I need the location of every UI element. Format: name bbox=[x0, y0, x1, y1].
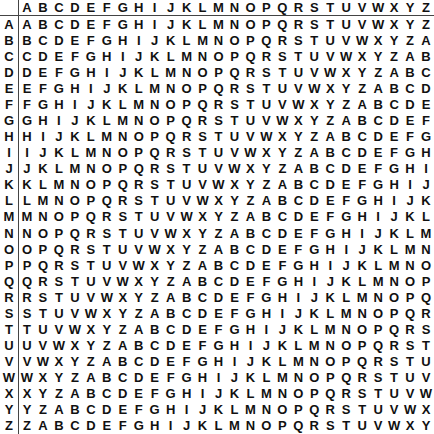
grid-cell: N bbox=[147, 96, 163, 112]
grid-cell: Z bbox=[179, 257, 195, 273]
grid-cell: F bbox=[131, 402, 147, 418]
grid-cell: Z bbox=[226, 209, 242, 225]
grid-cell: W bbox=[179, 209, 195, 225]
grid-cell: E bbox=[386, 129, 402, 145]
grid-cell: D bbox=[51, 32, 67, 48]
grid-cell: D bbox=[242, 257, 258, 273]
col-header: N bbox=[226, 0, 242, 16]
grid-cell: U bbox=[226, 129, 242, 145]
grid-cell: G bbox=[258, 289, 274, 305]
col-header: F bbox=[99, 0, 115, 16]
grid-cell: J bbox=[258, 338, 274, 354]
grid-cell: P bbox=[67, 209, 83, 225]
grid-cell: V bbox=[51, 321, 67, 337]
grid-cell: H bbox=[163, 402, 179, 418]
grid-cell: U bbox=[115, 241, 131, 257]
grid-cell: E bbox=[402, 112, 418, 128]
grid-cell: K bbox=[402, 209, 418, 225]
grid-cell: Q bbox=[354, 354, 370, 370]
grid-cell: O bbox=[322, 354, 338, 370]
grid-cell: D bbox=[115, 386, 131, 402]
grid-cell: E bbox=[51, 48, 67, 64]
grid-cell: P bbox=[338, 354, 354, 370]
grid-cell: J bbox=[51, 129, 67, 145]
col-header: U bbox=[338, 0, 354, 16]
grid-cell: V bbox=[99, 273, 115, 289]
grid-cell: E bbox=[290, 225, 306, 241]
grid-cell: X bbox=[83, 321, 99, 337]
grid-cell: L bbox=[163, 48, 179, 64]
grid-cell: V bbox=[226, 145, 242, 161]
col-header: Y bbox=[402, 0, 418, 16]
grid-cell: N bbox=[354, 305, 370, 321]
grid-cell: V bbox=[370, 418, 386, 434]
grid-cell: H bbox=[386, 177, 402, 193]
grid-cell: T bbox=[354, 402, 370, 418]
grid-cell: C bbox=[99, 386, 115, 402]
grid-cell: C bbox=[370, 112, 386, 128]
grid-cell: C bbox=[163, 321, 179, 337]
grid-cell: W bbox=[306, 80, 322, 96]
grid-cell: G bbox=[354, 193, 370, 209]
grid-cell: B bbox=[115, 354, 131, 370]
grid-cell: T bbox=[67, 273, 83, 289]
grid-cell: M bbox=[51, 177, 67, 193]
grid-cell: C bbox=[338, 145, 354, 161]
grid-cell: Z bbox=[115, 321, 131, 337]
grid-cell: X bbox=[211, 193, 227, 209]
grid-cell: G bbox=[290, 257, 306, 273]
grid-cell: G bbox=[306, 241, 322, 257]
grid-cell: H bbox=[179, 386, 195, 402]
col-header: K bbox=[179, 0, 195, 16]
grid-cell: S bbox=[258, 64, 274, 80]
grid-cell: M bbox=[67, 161, 83, 177]
grid-cell: R bbox=[290, 16, 306, 32]
grid-cell: G bbox=[418, 129, 434, 145]
grid-cell: E bbox=[322, 193, 338, 209]
grid-cell: M bbox=[115, 112, 131, 128]
grid-cell: I bbox=[242, 338, 258, 354]
grid-cell: J bbox=[338, 257, 354, 273]
grid-cell: B bbox=[226, 241, 242, 257]
grid-cell: H bbox=[402, 161, 418, 177]
grid-cell: Z bbox=[354, 80, 370, 96]
col-header: E bbox=[83, 0, 99, 16]
grid-cell: Z bbox=[402, 32, 418, 48]
grid-cell: W bbox=[370, 16, 386, 32]
grid-cell: K bbox=[370, 241, 386, 257]
tabula-recta-board: ABCDEFGHIJKLMNOPQRSTUVWXYZAABCDEFGHIJKLM… bbox=[0, 0, 434, 434]
grid-cell: X bbox=[338, 64, 354, 80]
grid-cell: P bbox=[35, 241, 51, 257]
grid-cell: M bbox=[83, 145, 99, 161]
grid-cell: L bbox=[258, 370, 274, 386]
row-header: D bbox=[0, 64, 19, 80]
grid-cell: J bbox=[19, 161, 35, 177]
grid-cell: Z bbox=[338, 96, 354, 112]
grid-cell: U bbox=[402, 370, 418, 386]
grid-cell: I bbox=[354, 225, 370, 241]
col-header: L bbox=[195, 0, 211, 16]
grid-cell: R bbox=[370, 354, 386, 370]
grid-cell: J bbox=[418, 177, 434, 193]
grid-cell: Z bbox=[242, 193, 258, 209]
grid-cell: Y bbox=[370, 48, 386, 64]
grid-cell: K bbox=[195, 418, 211, 434]
grid-cell: E bbox=[306, 209, 322, 225]
grid-cell: P bbox=[306, 386, 322, 402]
col-header: O bbox=[242, 0, 258, 16]
grid-cell: X bbox=[147, 257, 163, 273]
grid-cell: S bbox=[306, 16, 322, 32]
grid-cell: C bbox=[147, 338, 163, 354]
grid-cell: N bbox=[115, 129, 131, 145]
grid-cell: F bbox=[386, 145, 402, 161]
grid-cell: J bbox=[99, 80, 115, 96]
grid-cell: Q bbox=[338, 370, 354, 386]
grid-cell: R bbox=[274, 32, 290, 48]
grid-cell: E bbox=[99, 418, 115, 434]
grid-cell: B bbox=[35, 16, 51, 32]
grid-cell: G bbox=[322, 225, 338, 241]
grid-cell: V bbox=[418, 370, 434, 386]
grid-cell: N bbox=[242, 418, 258, 434]
grid-cell: H bbox=[195, 370, 211, 386]
grid-cell: B bbox=[67, 402, 83, 418]
grid-cell: I bbox=[402, 177, 418, 193]
grid-cell: Q bbox=[19, 273, 35, 289]
grid-cell: A bbox=[418, 32, 434, 48]
grid-cell: L bbox=[386, 241, 402, 257]
grid-cell: M bbox=[179, 48, 195, 64]
grid-cell: S bbox=[402, 338, 418, 354]
grid-cell: I bbox=[306, 273, 322, 289]
grid-cell: N bbox=[83, 161, 99, 177]
grid-cell: P bbox=[163, 112, 179, 128]
grid-cell: W bbox=[163, 225, 179, 241]
grid-cell: G bbox=[51, 80, 67, 96]
grid-cell: Z bbox=[131, 305, 147, 321]
grid-cell: A bbox=[19, 16, 35, 32]
grid-cell: W bbox=[147, 241, 163, 257]
grid-cell: X bbox=[242, 161, 258, 177]
grid-cell: F bbox=[322, 209, 338, 225]
col-header: R bbox=[290, 0, 306, 16]
grid-cell: Z bbox=[83, 354, 99, 370]
grid-cell: V bbox=[290, 80, 306, 96]
grid-cell: D bbox=[131, 370, 147, 386]
row-header: V bbox=[0, 354, 19, 370]
grid-cell: M bbox=[226, 418, 242, 434]
grid-cell: L bbox=[67, 145, 83, 161]
grid-cell: H bbox=[418, 145, 434, 161]
grid-cell: X bbox=[306, 96, 322, 112]
grid-cell: E bbox=[115, 402, 131, 418]
grid-cell: U bbox=[19, 338, 35, 354]
grid-cell: L bbox=[83, 129, 99, 145]
grid-cell: H bbox=[322, 241, 338, 257]
grid-cell: K bbox=[83, 112, 99, 128]
grid-cell: R bbox=[386, 338, 402, 354]
grid-cell: P bbox=[402, 289, 418, 305]
grid-cell: L bbox=[115, 96, 131, 112]
grid-cell: Q bbox=[147, 145, 163, 161]
grid-cell: Q bbox=[51, 241, 67, 257]
grid-cell: T bbox=[19, 321, 35, 337]
grid-cell: P bbox=[242, 32, 258, 48]
grid-cell: E bbox=[67, 32, 83, 48]
grid-cell: A bbox=[386, 64, 402, 80]
grid-cell: F bbox=[195, 338, 211, 354]
grid-cell: T bbox=[226, 112, 242, 128]
grid-cell: F bbox=[370, 161, 386, 177]
grid-cell: O bbox=[370, 305, 386, 321]
grid-cell: L bbox=[290, 338, 306, 354]
grid-cell: W bbox=[338, 48, 354, 64]
grid-cell: O bbox=[131, 129, 147, 145]
row-header: I bbox=[0, 145, 19, 161]
grid-cell: L bbox=[195, 16, 211, 32]
grid-cell: B bbox=[306, 161, 322, 177]
grid-cell: A bbox=[35, 418, 51, 434]
grid-cell: O bbox=[354, 321, 370, 337]
grid-cell: B bbox=[402, 64, 418, 80]
grid-cell: B bbox=[242, 225, 258, 241]
grid-cell: O bbox=[115, 145, 131, 161]
grid-cell: H bbox=[226, 338, 242, 354]
grid-cell: T bbox=[51, 289, 67, 305]
col-header: H bbox=[131, 0, 147, 16]
grid-cell: N bbox=[179, 64, 195, 80]
grid-cell: E bbox=[19, 80, 35, 96]
grid-cell: B bbox=[131, 338, 147, 354]
grid-cell: V bbox=[211, 161, 227, 177]
grid-cell: H bbox=[306, 257, 322, 273]
grid-cell: C bbox=[418, 64, 434, 80]
grid-cell: Z bbox=[258, 177, 274, 193]
grid-cell: L bbox=[242, 386, 258, 402]
row-header: F bbox=[0, 96, 19, 112]
grid-cell: R bbox=[354, 370, 370, 386]
grid-cell: X bbox=[163, 241, 179, 257]
grid-cell: R bbox=[306, 418, 322, 434]
row-header: T bbox=[0, 321, 19, 337]
grid-cell: B bbox=[99, 370, 115, 386]
grid-cell: B bbox=[258, 209, 274, 225]
grid-cell: V bbox=[338, 32, 354, 48]
grid-cell: X bbox=[35, 370, 51, 386]
grid-cell: Y bbox=[115, 305, 131, 321]
grid-cell: G bbox=[115, 16, 131, 32]
row-header: A bbox=[0, 16, 19, 32]
grid-cell: S bbox=[19, 305, 35, 321]
grid-cell: S bbox=[290, 32, 306, 48]
grid-cell: Y bbox=[274, 145, 290, 161]
row-header: W bbox=[0, 370, 19, 386]
grid-cell: W bbox=[51, 338, 67, 354]
grid-cell: U bbox=[274, 80, 290, 96]
grid-cell: D bbox=[418, 80, 434, 96]
grid-cell: S bbox=[147, 177, 163, 193]
grid-cell: Q bbox=[99, 193, 115, 209]
grid-cell: V bbox=[147, 225, 163, 241]
grid-cell: L bbox=[354, 273, 370, 289]
grid-cell: B bbox=[195, 273, 211, 289]
grid-cell: U bbox=[354, 418, 370, 434]
grid-cell: G bbox=[163, 386, 179, 402]
grid-cell: F bbox=[19, 96, 35, 112]
grid-cell: T bbox=[290, 48, 306, 64]
grid-cell: Q bbox=[258, 32, 274, 48]
grid-cell: J bbox=[147, 32, 163, 48]
grid-cell: A bbox=[179, 273, 195, 289]
row-header: H bbox=[0, 129, 19, 145]
grid-cell: P bbox=[147, 129, 163, 145]
grid-cell: K bbox=[338, 273, 354, 289]
grid-cell: J bbox=[195, 402, 211, 418]
grid-cell: F bbox=[418, 112, 434, 128]
grid-cell: D bbox=[147, 354, 163, 370]
grid-cell: T bbox=[195, 145, 211, 161]
grid-cell: Y bbox=[386, 32, 402, 48]
grid-cell: O bbox=[51, 209, 67, 225]
col-header: B bbox=[35, 0, 51, 16]
grid-cell: A bbox=[147, 305, 163, 321]
grid-cell: E bbox=[370, 145, 386, 161]
grid-cell: S bbox=[99, 225, 115, 241]
grid-cell: X bbox=[195, 209, 211, 225]
grid-cell: I bbox=[147, 16, 163, 32]
grid-cell: X bbox=[226, 177, 242, 193]
grid-cell: W bbox=[274, 112, 290, 128]
grid-cell: T bbox=[163, 177, 179, 193]
grid-cell: D bbox=[211, 289, 227, 305]
grid-cell: O bbox=[67, 193, 83, 209]
col-header: X bbox=[386, 0, 402, 16]
grid-cell: M bbox=[131, 96, 147, 112]
grid-cell: W bbox=[35, 354, 51, 370]
grid-cell: H bbox=[115, 32, 131, 48]
grid-cell: L bbox=[402, 225, 418, 241]
col-header: D bbox=[67, 0, 83, 16]
grid-cell: G bbox=[83, 48, 99, 64]
grid-cell: R bbox=[35, 273, 51, 289]
grid-cell: J bbox=[290, 305, 306, 321]
col-header: Q bbox=[274, 0, 290, 16]
grid-cell: E bbox=[258, 257, 274, 273]
grid-cell: H bbox=[99, 48, 115, 64]
grid-cell: A bbox=[354, 96, 370, 112]
grid-cell: H bbox=[370, 193, 386, 209]
grid-cell: S bbox=[51, 273, 67, 289]
grid-cell: G bbox=[274, 273, 290, 289]
grid-cell: X bbox=[274, 129, 290, 145]
grid-cell: F bbox=[338, 193, 354, 209]
grid-cell: A bbox=[195, 257, 211, 273]
grid-cell: I bbox=[179, 402, 195, 418]
grid-cell: J bbox=[179, 418, 195, 434]
grid-cell: G bbox=[242, 305, 258, 321]
col-header: W bbox=[370, 0, 386, 16]
grid-cell: Q bbox=[67, 225, 83, 241]
grid-cell: E bbox=[131, 386, 147, 402]
grid-cell: A bbox=[290, 161, 306, 177]
grid-cell: S bbox=[131, 193, 147, 209]
grid-cell: E bbox=[354, 161, 370, 177]
col-header: T bbox=[322, 0, 338, 16]
grid-cell: O bbox=[226, 32, 242, 48]
grid-cell: K bbox=[290, 321, 306, 337]
grid-cell: T bbox=[306, 32, 322, 48]
grid-cell: Y bbox=[242, 177, 258, 193]
grid-cell: M bbox=[258, 386, 274, 402]
grid-cell: O bbox=[274, 402, 290, 418]
grid-cell: J bbox=[354, 241, 370, 257]
row-header: Z bbox=[0, 418, 19, 434]
grid-cell: Y bbox=[322, 96, 338, 112]
grid-cell: T bbox=[99, 241, 115, 257]
col-header: P bbox=[258, 0, 274, 16]
grid-cell: Q bbox=[386, 321, 402, 337]
grid-cell: P bbox=[290, 402, 306, 418]
grid-cell: U bbox=[322, 32, 338, 48]
row-header: L bbox=[0, 193, 19, 209]
grid-cell: D bbox=[258, 241, 274, 257]
grid-cell: F bbox=[83, 32, 99, 48]
grid-cell: U bbox=[35, 321, 51, 337]
grid-cell: L bbox=[51, 161, 67, 177]
grid-cell: C bbox=[226, 257, 242, 273]
grid-cell: W bbox=[67, 321, 83, 337]
grid-cell: T bbox=[322, 16, 338, 32]
grid-cell: X bbox=[322, 80, 338, 96]
grid-cell: D bbox=[195, 305, 211, 321]
grid-cell: V bbox=[67, 305, 83, 321]
grid-cell: K bbox=[99, 96, 115, 112]
grid-cell: R bbox=[147, 161, 163, 177]
grid-cell: V bbox=[354, 16, 370, 32]
grid-cell: E bbox=[147, 370, 163, 386]
grid-cell: R bbox=[195, 112, 211, 128]
grid-cell: S bbox=[274, 48, 290, 64]
grid-cell: C bbox=[322, 161, 338, 177]
grid-cell: U bbox=[418, 354, 434, 370]
grid-cell: K bbox=[386, 225, 402, 241]
grid-cell: O bbox=[19, 241, 35, 257]
grid-cell: X bbox=[418, 402, 434, 418]
grid-cell: Z bbox=[163, 273, 179, 289]
grid-cell: A bbox=[402, 48, 418, 64]
grid-cell: G bbox=[211, 338, 227, 354]
grid-cell: S bbox=[226, 96, 242, 112]
grid-cell: B bbox=[274, 193, 290, 209]
grid-cell: B bbox=[370, 96, 386, 112]
grid-cell: Y bbox=[226, 193, 242, 209]
grid-cell: P bbox=[274, 418, 290, 434]
grid-cell: G bbox=[195, 354, 211, 370]
grid-cell: T bbox=[258, 80, 274, 96]
grid-cell: F bbox=[51, 64, 67, 80]
grid-cell: X bbox=[51, 354, 67, 370]
grid-cell: R bbox=[179, 129, 195, 145]
grid-cell: D bbox=[179, 321, 195, 337]
grid-cell: K bbox=[115, 80, 131, 96]
grid-cell: V bbox=[131, 241, 147, 257]
grid-cell: L bbox=[19, 193, 35, 209]
grid-cell: K bbox=[226, 386, 242, 402]
grid-cell: S bbox=[67, 257, 83, 273]
